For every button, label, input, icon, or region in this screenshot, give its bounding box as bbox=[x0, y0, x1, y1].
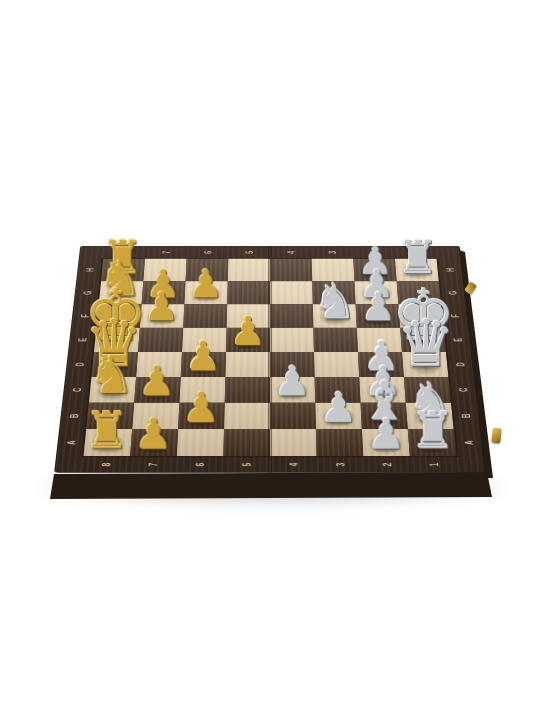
file-label-left-C: C bbox=[66, 384, 88, 396]
file-label-left-B: B bbox=[63, 410, 85, 422]
fold-seam bbox=[268, 246, 272, 473]
file-label-right-A: A bbox=[458, 436, 480, 448]
pawn-glyph: ♟ bbox=[230, 311, 266, 351]
rank-label-near-4: 4 bbox=[283, 458, 304, 471]
pawn-glyph: ♟ bbox=[135, 413, 173, 455]
square-g4 bbox=[270, 281, 313, 304]
pawn-glyph: ♟ bbox=[367, 413, 405, 455]
piece-black-knight-c8: ♞ bbox=[89, 377, 136, 403]
rank-label-far-5: 5 bbox=[240, 247, 259, 257]
pawn-glyph: ♟ bbox=[274, 360, 311, 401]
square-h5 bbox=[228, 259, 270, 281]
piece-black-pawn-e5: ♟ bbox=[226, 328, 270, 352]
rank-label-near-7: 7 bbox=[142, 458, 164, 471]
file-label-right-B: B bbox=[455, 410, 477, 422]
rank-label-near-6: 6 bbox=[189, 458, 211, 471]
rank-label-near-3: 3 bbox=[329, 458, 351, 471]
rank-label-near-5: 5 bbox=[236, 458, 257, 471]
piece-white-pawn-a2: ♟ bbox=[362, 429, 410, 456]
pawn-glyph: ♟ bbox=[182, 386, 219, 428]
square-g5 bbox=[227, 281, 270, 304]
pawn-glyph: ♟ bbox=[144, 287, 179, 326]
rank-label-far-4: 4 bbox=[281, 247, 300, 257]
piece-white-pawn-c4: ♟ bbox=[270, 377, 315, 403]
file-label-right-C: C bbox=[452, 384, 474, 396]
piece-white-rook-a1: ♜ bbox=[408, 429, 457, 456]
piece-black-pawn-b6: ♟ bbox=[178, 403, 225, 429]
pawn-glyph: ♟ bbox=[185, 335, 221, 376]
knight-glyph: ♞ bbox=[89, 350, 135, 401]
piece-white-knight-f3: ♞ bbox=[313, 304, 357, 328]
rook-glyph: ♜ bbox=[410, 404, 456, 455]
piece-black-pawn-g6: ♟ bbox=[184, 281, 227, 304]
file-label-left-A: A bbox=[60, 436, 82, 448]
queen-glyph: ♛ bbox=[397, 311, 455, 376]
product-photo-stage: 8765432187654321ABCDEFGHABCDEFGH♜♟♜♟♟♟♞♟… bbox=[0, 0, 540, 720]
brass-clasp bbox=[491, 428, 502, 444]
chess-board: 8765432187654321ABCDEFGHABCDEFGH♜♟♜♟♟♟♞♟… bbox=[54, 246, 486, 473]
pawn-glyph: ♟ bbox=[138, 360, 175, 401]
rank-label-near-1: 1 bbox=[423, 458, 445, 471]
pawn-glyph: ♟ bbox=[188, 264, 223, 303]
piece-black-pawn-a7: ♟ bbox=[130, 429, 178, 456]
board-scene: 8765432187654321ABCDEFGHABCDEFGH♜♟♜♟♟♟♞♟… bbox=[68, 150, 472, 554]
piece-black-pawn-c7: ♟ bbox=[134, 377, 181, 403]
piece-white-pawn-b3: ♟ bbox=[315, 403, 362, 429]
rank-label-far-7: 7 bbox=[156, 247, 175, 257]
rank-label-near-8: 8 bbox=[95, 458, 117, 471]
pawn-glyph: ♟ bbox=[320, 386, 357, 428]
rank-label-near-2: 2 bbox=[376, 458, 398, 471]
piece-black-pawn-d6: ♟ bbox=[181, 352, 226, 377]
rank-label-far-6: 6 bbox=[198, 247, 217, 257]
pawn-glyph: ♟ bbox=[361, 287, 396, 326]
square-h4 bbox=[270, 259, 312, 281]
piece-black-rook-a8: ♜ bbox=[84, 429, 133, 456]
rook-glyph: ♜ bbox=[84, 404, 130, 455]
knight-glyph: ♞ bbox=[313, 277, 357, 326]
rank-label-far-3: 3 bbox=[323, 247, 342, 257]
